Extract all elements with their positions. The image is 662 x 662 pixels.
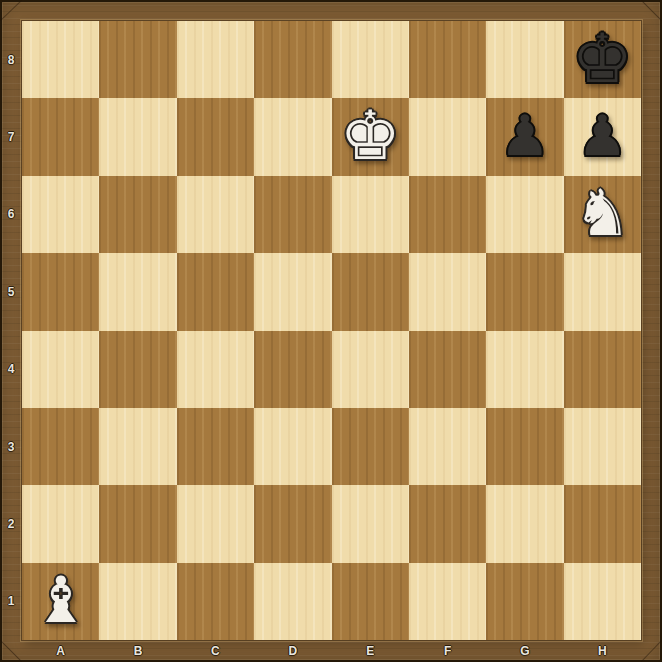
square-d5[interactable] [254, 253, 331, 330]
square-d6[interactable] [254, 176, 331, 253]
square-h2[interactable] [564, 485, 641, 562]
square-h6[interactable]: ♞ [564, 176, 641, 253]
file-label-g: G [486, 640, 563, 662]
square-e5[interactable] [332, 253, 409, 330]
square-g1[interactable] [486, 563, 563, 640]
square-g6[interactable] [486, 176, 563, 253]
square-f3[interactable] [409, 408, 486, 485]
square-g7[interactable]: ♟ [486, 98, 563, 175]
square-f2[interactable] [409, 485, 486, 562]
file-labels: ABCDEFGH [22, 640, 641, 662]
square-b2[interactable] [99, 485, 176, 562]
piece-white-bishop[interactable]: ♝ [32, 568, 89, 632]
square-a2[interactable] [22, 485, 99, 562]
square-c5[interactable] [177, 253, 254, 330]
rank-label-7: 7 [0, 98, 22, 175]
file-label-b: B [99, 640, 176, 662]
square-d8[interactable] [254, 21, 331, 98]
file-label-d: D [254, 640, 331, 662]
square-f6[interactable] [409, 176, 486, 253]
square-a7[interactable] [22, 98, 99, 175]
square-h3[interactable] [564, 408, 641, 485]
square-b4[interactable] [99, 331, 176, 408]
square-e6[interactable] [332, 176, 409, 253]
square-d7[interactable] [254, 98, 331, 175]
square-b5[interactable] [99, 253, 176, 330]
square-h4[interactable] [564, 331, 641, 408]
square-d1[interactable] [254, 563, 331, 640]
square-f4[interactable] [409, 331, 486, 408]
square-c3[interactable] [177, 408, 254, 485]
rank-label-8: 8 [0, 21, 22, 98]
square-a1[interactable]: ♝ [22, 563, 99, 640]
square-b3[interactable] [99, 408, 176, 485]
square-a8[interactable] [22, 21, 99, 98]
rank-label-2: 2 [0, 485, 22, 562]
chess-board-window: ♚♚♟♟♞♝ 87654321 ABCDEFGH [0, 0, 662, 662]
piece-white-king[interactable]: ♚ [340, 102, 401, 170]
square-b7[interactable] [99, 98, 176, 175]
piece-black-pawn[interactable]: ♟ [577, 108, 627, 164]
square-c6[interactable] [177, 176, 254, 253]
square-a5[interactable] [22, 253, 99, 330]
square-g5[interactable] [486, 253, 563, 330]
rank-label-3: 3 [0, 408, 22, 485]
square-h7[interactable]: ♟ [564, 98, 641, 175]
square-d2[interactable] [254, 485, 331, 562]
square-e1[interactable] [332, 563, 409, 640]
square-f5[interactable] [409, 253, 486, 330]
square-b8[interactable] [99, 21, 176, 98]
rank-label-6: 6 [0, 176, 22, 253]
square-c4[interactable] [177, 331, 254, 408]
square-e3[interactable] [332, 408, 409, 485]
square-b1[interactable] [99, 563, 176, 640]
square-c7[interactable] [177, 98, 254, 175]
square-a6[interactable] [22, 176, 99, 253]
square-c8[interactable] [177, 21, 254, 98]
piece-black-pawn[interactable]: ♟ [500, 108, 550, 164]
file-label-e: E [332, 640, 409, 662]
square-g8[interactable] [486, 21, 563, 98]
square-b6[interactable] [99, 176, 176, 253]
square-d4[interactable] [254, 331, 331, 408]
board-grid: ♚♚♟♟♞♝ [22, 21, 641, 640]
square-a3[interactable] [22, 408, 99, 485]
square-h5[interactable] [564, 253, 641, 330]
rank-label-5: 5 [0, 253, 22, 330]
piece-white-knight[interactable]: ♞ [574, 181, 631, 245]
frame-miter-bottom-right [641, 640, 662, 662]
frame-miter-top-left [0, 0, 22, 21]
square-f7[interactable] [409, 98, 486, 175]
square-g2[interactable] [486, 485, 563, 562]
rank-label-4: 4 [0, 331, 22, 408]
piece-black-king[interactable]: ♚ [572, 25, 633, 93]
file-label-h: H [564, 640, 641, 662]
square-e7[interactable]: ♚ [332, 98, 409, 175]
square-h1[interactable] [564, 563, 641, 640]
square-h8[interactable]: ♚ [564, 21, 641, 98]
square-f1[interactable] [409, 563, 486, 640]
square-e4[interactable] [332, 331, 409, 408]
file-label-a: A [22, 640, 99, 662]
file-label-c: C [177, 640, 254, 662]
square-e2[interactable] [332, 485, 409, 562]
frame-miter-bottom-left [0, 640, 22, 662]
square-g4[interactable] [486, 331, 563, 408]
square-c1[interactable] [177, 563, 254, 640]
square-d3[interactable] [254, 408, 331, 485]
square-a4[interactable] [22, 331, 99, 408]
rank-labels: 87654321 [0, 21, 22, 640]
square-f8[interactable] [409, 21, 486, 98]
square-e8[interactable] [332, 21, 409, 98]
square-g3[interactable] [486, 408, 563, 485]
frame-miter-top-right [641, 0, 662, 21]
rank-label-1: 1 [0, 563, 22, 640]
file-label-f: F [409, 640, 486, 662]
square-c2[interactable] [177, 485, 254, 562]
